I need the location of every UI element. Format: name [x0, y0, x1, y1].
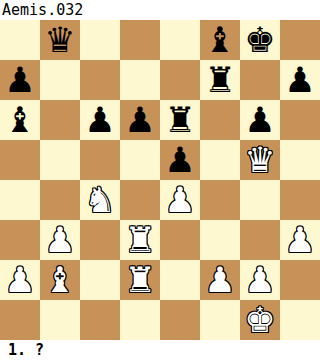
square-d2[interactable]: ♜ — [120, 260, 160, 300]
square-e6[interactable]: ♜ — [160, 100, 200, 140]
square-c4[interactable]: ♞ — [80, 180, 120, 220]
square-f6[interactable] — [200, 100, 240, 140]
title-bar: Aemis.032 — [0, 0, 320, 20]
square-f5[interactable] — [200, 140, 240, 180]
square-b7[interactable] — [40, 60, 80, 100]
square-h2[interactable] — [280, 260, 320, 300]
square-f4[interactable] — [200, 180, 240, 220]
black-pawn: ♟ — [164, 140, 195, 180]
black-rook: ♜ — [204, 60, 235, 100]
square-b4[interactable] — [40, 180, 80, 220]
square-a2[interactable]: ♟ — [0, 260, 40, 300]
square-a1[interactable] — [0, 300, 40, 340]
square-b5[interactable] — [40, 140, 80, 180]
square-d6[interactable]: ♟ — [120, 100, 160, 140]
square-f1[interactable] — [200, 300, 240, 340]
square-g8[interactable]: ♚ — [240, 20, 280, 60]
square-c7[interactable] — [80, 60, 120, 100]
square-d5[interactable] — [120, 140, 160, 180]
move-prompt: 1. ? — [8, 341, 44, 359]
square-d1[interactable] — [120, 300, 160, 340]
square-h8[interactable] — [280, 20, 320, 60]
square-e5[interactable]: ♟ — [160, 140, 200, 180]
square-g4[interactable] — [240, 180, 280, 220]
square-b8[interactable]: ♛ — [40, 20, 80, 60]
white-pawn: ♟ — [164, 180, 195, 220]
white-king: ♚ — [244, 300, 275, 340]
puzzle-title: Aemis.032 — [2, 1, 83, 19]
square-f7[interactable]: ♜ — [200, 60, 240, 100]
black-queen: ♛ — [44, 20, 75, 60]
square-c5[interactable] — [80, 140, 120, 180]
square-b3[interactable]: ♟ — [40, 220, 80, 260]
white-pawn: ♟ — [204, 260, 235, 300]
chess-board: ♛♝♚♟♜♟♝♟♟♜♟♟♛♞♟♟♜♟♟♝♜♟♟♚ — [0, 20, 320, 340]
square-c6[interactable]: ♟ — [80, 100, 120, 140]
white-rook: ♜ — [124, 260, 155, 300]
black-pawn: ♟ — [4, 60, 35, 100]
square-f3[interactable] — [200, 220, 240, 260]
square-d4[interactable] — [120, 180, 160, 220]
square-c8[interactable] — [80, 20, 120, 60]
square-h3[interactable]: ♟ — [280, 220, 320, 260]
square-g3[interactable] — [240, 220, 280, 260]
square-h5[interactable] — [280, 140, 320, 180]
square-f2[interactable]: ♟ — [200, 260, 240, 300]
black-bishop: ♝ — [4, 100, 35, 140]
square-c3[interactable] — [80, 220, 120, 260]
square-a3[interactable] — [0, 220, 40, 260]
white-knight: ♞ — [84, 180, 115, 220]
square-g6[interactable]: ♟ — [240, 100, 280, 140]
square-b2[interactable]: ♝ — [40, 260, 80, 300]
square-e1[interactable] — [160, 300, 200, 340]
black-pawn: ♟ — [124, 100, 155, 140]
square-e7[interactable] — [160, 60, 200, 100]
black-king: ♚ — [244, 20, 275, 60]
square-c2[interactable] — [80, 260, 120, 300]
white-pawn: ♟ — [244, 260, 275, 300]
square-g1[interactable]: ♚ — [240, 300, 280, 340]
white-pawn: ♟ — [44, 220, 75, 260]
square-d7[interactable] — [120, 60, 160, 100]
white-bishop: ♝ — [44, 260, 75, 300]
white-pawn: ♟ — [284, 220, 315, 260]
square-b1[interactable] — [40, 300, 80, 340]
square-g5[interactable]: ♛ — [240, 140, 280, 180]
square-a7[interactable]: ♟ — [0, 60, 40, 100]
square-h4[interactable] — [280, 180, 320, 220]
square-d3[interactable]: ♜ — [120, 220, 160, 260]
square-h6[interactable] — [280, 100, 320, 140]
black-pawn: ♟ — [284, 60, 315, 100]
square-e3[interactable] — [160, 220, 200, 260]
square-e8[interactable] — [160, 20, 200, 60]
square-a6[interactable]: ♝ — [0, 100, 40, 140]
square-g2[interactable]: ♟ — [240, 260, 280, 300]
white-rook: ♜ — [124, 220, 155, 260]
square-h1[interactable] — [280, 300, 320, 340]
square-b6[interactable] — [40, 100, 80, 140]
square-c1[interactable] — [80, 300, 120, 340]
square-h7[interactable]: ♟ — [280, 60, 320, 100]
black-bishop: ♝ — [204, 20, 235, 60]
square-e4[interactable]: ♟ — [160, 180, 200, 220]
black-pawn: ♟ — [244, 100, 275, 140]
square-a8[interactable] — [0, 20, 40, 60]
move-bar: 1. ? — [0, 340, 320, 360]
white-pawn: ♟ — [4, 260, 35, 300]
square-e2[interactable] — [160, 260, 200, 300]
square-g7[interactable] — [240, 60, 280, 100]
black-rook: ♜ — [164, 100, 195, 140]
square-f8[interactable]: ♝ — [200, 20, 240, 60]
square-d8[interactable] — [120, 20, 160, 60]
white-queen: ♛ — [244, 140, 275, 180]
square-a4[interactable] — [0, 180, 40, 220]
square-a5[interactable] — [0, 140, 40, 180]
black-pawn: ♟ — [84, 100, 115, 140]
